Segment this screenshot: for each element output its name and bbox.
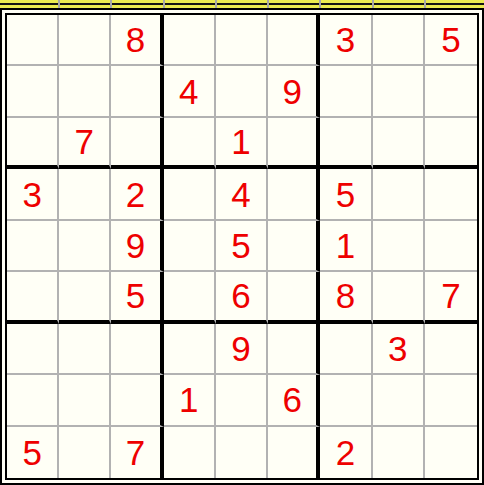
- cell-r9c2[interactable]: [59, 427, 111, 478]
- cell-r4c4[interactable]: [164, 169, 216, 220]
- cell-r8c4[interactable]: 1: [164, 375, 216, 426]
- cell-r3c7[interactable]: [320, 118, 372, 169]
- cell-r4c7[interactable]: 5: [320, 169, 372, 220]
- cell-r5c9[interactable]: [425, 221, 477, 272]
- cell-r8c7[interactable]: [320, 375, 372, 426]
- cell-r2c9[interactable]: [425, 66, 477, 117]
- cell-r3c2[interactable]: 7: [59, 118, 111, 169]
- grid-tick: [319, 0, 321, 8]
- cell-r4c3[interactable]: 2: [111, 169, 163, 220]
- cell-r6c5[interactable]: 6: [216, 272, 268, 323]
- cell-r3c3[interactable]: [111, 118, 163, 169]
- cell-r5c4[interactable]: [164, 221, 216, 272]
- cell-r6c2[interactable]: [59, 272, 111, 323]
- cell-r1c3[interactable]: 8: [111, 15, 163, 66]
- cell-r5c8[interactable]: [373, 221, 425, 272]
- grid-tick: [424, 0, 426, 8]
- cell-r3c5[interactable]: 1: [216, 118, 268, 169]
- cell-r5c3[interactable]: 9: [111, 221, 163, 272]
- cell-r7c1[interactable]: [7, 324, 59, 375]
- cell-r4c5[interactable]: 4: [216, 169, 268, 220]
- cell-r7c5[interactable]: 9: [216, 324, 268, 375]
- cell-r3c8[interactable]: [373, 118, 425, 169]
- cell-r6c8[interactable]: [373, 272, 425, 323]
- cell-r6c7[interactable]: 8: [320, 272, 372, 323]
- cell-r1c8[interactable]: [373, 15, 425, 66]
- cell-r2c4[interactable]: 4: [164, 66, 216, 117]
- cell-r1c6[interactable]: [268, 15, 320, 66]
- cell-r2c5[interactable]: [216, 66, 268, 117]
- cell-r5c5[interactable]: 5: [216, 221, 268, 272]
- grid-tick: [215, 0, 217, 8]
- cell-r8c2[interactable]: [59, 375, 111, 426]
- cell-r2c3[interactable]: [111, 66, 163, 117]
- cell-r5c6[interactable]: [268, 221, 320, 272]
- cell-r5c2[interactable]: [59, 221, 111, 272]
- cell-r9c3[interactable]: 7: [111, 427, 163, 478]
- cell-r3c4[interactable]: [164, 118, 216, 169]
- cell-r4c2[interactable]: [59, 169, 111, 220]
- cell-r2c7[interactable]: [320, 66, 372, 117]
- cell-r1c9[interactable]: 5: [425, 15, 477, 66]
- cell-r8c1[interactable]: [7, 375, 59, 426]
- grid-tick: [110, 0, 112, 8]
- cell-r2c2[interactable]: [59, 66, 111, 117]
- cell-r2c8[interactable]: [373, 66, 425, 117]
- cell-r8c8[interactable]: [373, 375, 425, 426]
- cell-r9c7[interactable]: 2: [320, 427, 372, 478]
- cell-r2c6[interactable]: 9: [268, 66, 320, 117]
- cell-r1c5[interactable]: [216, 15, 268, 66]
- top-strip: [0, 0, 484, 8]
- cell-r8c5[interactable]: [216, 375, 268, 426]
- grid-tick: [372, 0, 374, 8]
- cell-r8c9[interactable]: [425, 375, 477, 426]
- cell-r9c6[interactable]: [268, 427, 320, 478]
- cell-r7c2[interactable]: [59, 324, 111, 375]
- cell-r5c1[interactable]: [7, 221, 59, 272]
- cell-r4c8[interactable]: [373, 169, 425, 220]
- cell-r2c1[interactable]: [7, 66, 59, 117]
- cell-r6c1[interactable]: [7, 272, 59, 323]
- cell-r6c3[interactable]: 5: [111, 272, 163, 323]
- cell-r8c3[interactable]: [111, 375, 163, 426]
- cell-r7c7[interactable]: [320, 324, 372, 375]
- cell-r9c4[interactable]: [164, 427, 216, 478]
- grid-tick: [267, 0, 269, 8]
- cell-r1c4[interactable]: [164, 15, 216, 66]
- cell-r1c2[interactable]: [59, 15, 111, 66]
- cell-r3c9[interactable]: [425, 118, 477, 169]
- cell-r4c9[interactable]: [425, 169, 477, 220]
- cell-r7c6[interactable]: [268, 324, 320, 375]
- cell-r5c7[interactable]: 1: [320, 221, 372, 272]
- cell-r6c4[interactable]: [164, 272, 216, 323]
- cell-r6c9[interactable]: 7: [425, 272, 477, 323]
- cell-r9c8[interactable]: [373, 427, 425, 478]
- sudoku-board: 8354971324595156879316572: [0, 8, 484, 485]
- cell-r7c4[interactable]: [164, 324, 216, 375]
- cell-r7c9[interactable]: [425, 324, 477, 375]
- grid-tick: [163, 0, 165, 8]
- cell-r9c5[interactable]: [216, 427, 268, 478]
- cell-r8c6[interactable]: 6: [268, 375, 320, 426]
- cell-r9c1[interactable]: 5: [7, 427, 59, 478]
- cell-r7c3[interactable]: [111, 324, 163, 375]
- cell-r9c9[interactable]: [425, 427, 477, 478]
- cell-r6c6[interactable]: [268, 272, 320, 323]
- cell-r3c1[interactable]: [7, 118, 59, 169]
- grid-tick: [58, 0, 60, 8]
- cell-r1c1[interactable]: [7, 15, 59, 66]
- cell-r3c6[interactable]: [268, 118, 320, 169]
- cell-r7c8[interactable]: 3: [373, 324, 425, 375]
- cell-r4c6[interactable]: [268, 169, 320, 220]
- cell-r4c1[interactable]: 3: [7, 169, 59, 220]
- cell-r1c7[interactable]: 3: [320, 15, 372, 66]
